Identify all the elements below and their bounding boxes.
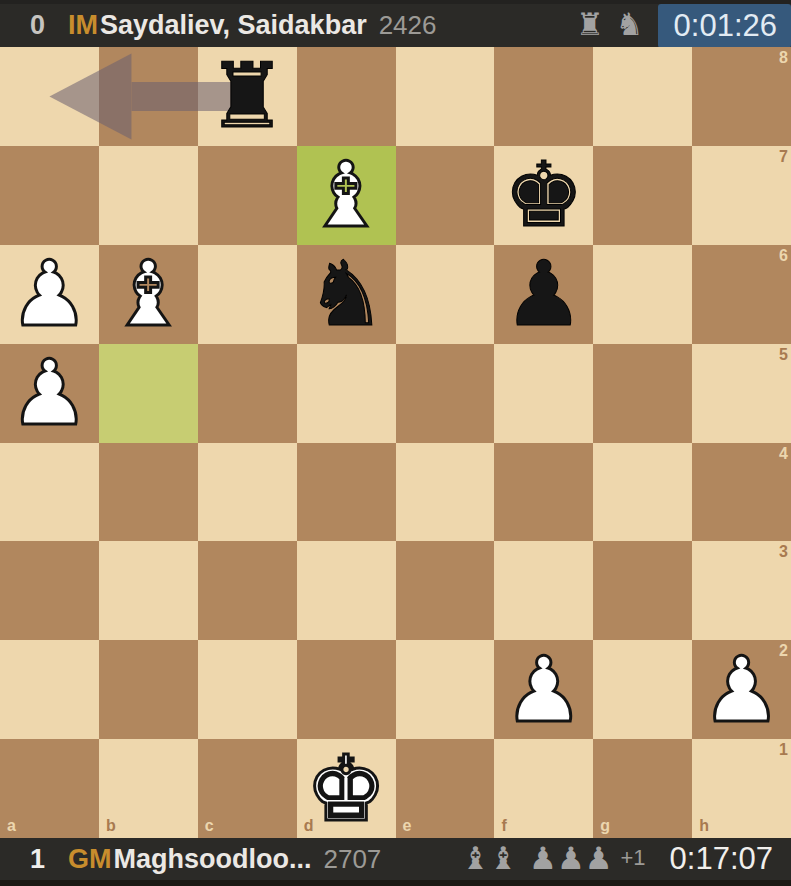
- square-a7[interactable]: [0, 146, 99, 245]
- square-f7[interactable]: ♚: [494, 146, 593, 245]
- top-player-name[interactable]: IMSaydaliev, Saidakbar: [68, 10, 367, 41]
- file-label-c: c: [205, 817, 214, 835]
- file-label-f: f: [501, 817, 506, 835]
- captured-rook-icon: ♜: [576, 9, 604, 40]
- square-g1[interactable]: g: [593, 739, 692, 838]
- square-h8[interactable]: 8: [692, 47, 791, 146]
- file-label-g: g: [600, 817, 610, 835]
- captured-pawn-icon: ♟: [585, 843, 613, 874]
- square-b1[interactable]: b: [99, 739, 198, 838]
- rank-label-3: 3: [779, 543, 788, 561]
- square-g6[interactable]: [593, 245, 692, 344]
- square-d5[interactable]: [297, 344, 396, 443]
- chess-tv-screen: 0 IMSaydaliev, Saidakbar 2426 ♜♞ 0:01:26…: [0, 0, 791, 886]
- top-player-score: 0: [30, 10, 68, 41]
- square-g5[interactable]: [593, 344, 692, 443]
- square-d6[interactable]: ♞: [297, 245, 396, 344]
- square-e4[interactable]: [396, 443, 495, 542]
- top-player-rating: 2426: [379, 10, 437, 41]
- captured-bishop-icon: ♝: [489, 843, 517, 874]
- file-label-e: e: [403, 817, 412, 835]
- captured-pawn-icon: ♟: [557, 843, 585, 874]
- square-e3[interactable]: [396, 541, 495, 640]
- square-h1[interactable]: 1h: [692, 739, 791, 838]
- square-e8[interactable]: [396, 47, 495, 146]
- square-c5[interactable]: [198, 344, 297, 443]
- piece-black-pawn[interactable]: ♟: [494, 245, 593, 344]
- square-c4[interactable]: [198, 443, 297, 542]
- square-d8[interactable]: [297, 47, 396, 146]
- square-f3[interactable]: [494, 541, 593, 640]
- square-h2[interactable]: 2♟: [692, 640, 791, 739]
- rank-label-4: 4: [779, 445, 788, 463]
- square-b6[interactable]: ♝: [99, 245, 198, 344]
- square-a1[interactable]: a: [0, 739, 99, 838]
- square-a8[interactable]: [0, 47, 99, 146]
- square-h4[interactable]: 4: [692, 443, 791, 542]
- rank-label-5: 5: [779, 346, 788, 364]
- bottom-player-title: GM: [68, 844, 112, 874]
- square-b7[interactable]: [99, 146, 198, 245]
- square-g3[interactable]: [593, 541, 692, 640]
- file-label-a: a: [7, 817, 16, 835]
- material-advantage: +1: [620, 847, 645, 869]
- rank-label-6: 6: [779, 247, 788, 265]
- square-g7[interactable]: [593, 146, 692, 245]
- square-b2[interactable]: [99, 640, 198, 739]
- square-a3[interactable]: [0, 541, 99, 640]
- piece-white-pawn[interactable]: ♟: [494, 640, 593, 739]
- square-g8[interactable]: [593, 47, 692, 146]
- bottom-player-name-text: Maghsoodloo...: [114, 844, 312, 874]
- square-h3[interactable]: 3: [692, 541, 791, 640]
- piece-white-bishop[interactable]: ♝: [99, 245, 198, 344]
- square-e1[interactable]: e: [396, 739, 495, 838]
- square-b8[interactable]: [99, 47, 198, 146]
- piece-white-pawn[interactable]: ♟: [0, 245, 99, 344]
- bottom-player-score: 1: [30, 844, 68, 875]
- file-label-h: h: [699, 817, 709, 835]
- piece-white-bishop[interactable]: ♝: [297, 146, 396, 245]
- square-e5[interactable]: [396, 344, 495, 443]
- square-f4[interactable]: [494, 443, 593, 542]
- top-player-clock: 0:01:26: [658, 4, 791, 48]
- captured-pawn-icon: ♟: [529, 843, 557, 874]
- square-b5[interactable]: [99, 344, 198, 443]
- rank-label-1: 1: [779, 741, 788, 759]
- square-a6[interactable]: ♟: [0, 245, 99, 344]
- piece-black-king[interactable]: ♚: [494, 146, 593, 245]
- file-label-b: b: [106, 817, 116, 835]
- rank-label-7: 7: [779, 148, 788, 166]
- square-c1[interactable]: c: [198, 739, 297, 838]
- square-b3[interactable]: [99, 541, 198, 640]
- rank-label-8: 8: [779, 49, 788, 67]
- square-d7[interactable]: ♝: [297, 146, 396, 245]
- file-label-d: d: [304, 817, 314, 835]
- captured-bishop-icon: ♝: [461, 843, 489, 874]
- square-e6[interactable]: [396, 245, 495, 344]
- square-g2[interactable]: [593, 640, 692, 739]
- square-b4[interactable]: [99, 443, 198, 542]
- square-f8[interactable]: [494, 47, 593, 146]
- square-d1[interactable]: d♚: [297, 739, 396, 838]
- top-player-title: IM: [68, 10, 98, 40]
- square-e7[interactable]: [396, 146, 495, 245]
- top-captured-pieces: ♜♞: [576, 9, 644, 42]
- square-f6[interactable]: ♟: [494, 245, 593, 344]
- square-g4[interactable]: [593, 443, 692, 542]
- bottom-player-rating: 2707: [323, 844, 381, 875]
- square-c7[interactable]: [198, 146, 297, 245]
- square-a2[interactable]: [0, 640, 99, 739]
- square-c8[interactable]: ♜: [198, 47, 297, 146]
- square-d4[interactable]: [297, 443, 396, 542]
- top-player-name-text: Saydaliev, Saidakbar: [100, 10, 367, 40]
- captured-knight-icon: ♞: [616, 9, 644, 40]
- square-e2[interactable]: [396, 640, 495, 739]
- square-a4[interactable]: [0, 443, 99, 542]
- square-a5[interactable]: ♟: [0, 344, 99, 443]
- square-c6[interactable]: [198, 245, 297, 344]
- square-h6[interactable]: 6: [692, 245, 791, 344]
- square-d2[interactable]: [297, 640, 396, 739]
- square-h7[interactable]: 7: [692, 146, 791, 245]
- square-d3[interactable]: [297, 541, 396, 640]
- square-f2[interactable]: ♟: [494, 640, 593, 739]
- square-c2[interactable]: [198, 640, 297, 739]
- piece-black-rook[interactable]: ♜: [198, 47, 297, 146]
- square-h5[interactable]: 5: [692, 344, 791, 443]
- bottom-player-clock: 0:17:07: [660, 837, 783, 881]
- bottom-player-bar: 1 GMMaghsoodloo... 2707 ♝♝♟♟♟+1 0:17:07: [0, 838, 791, 886]
- chess-board[interactable]: ♜8♝♚7♟♝♞♟6♟543♟2♟abcd♚efg1h: [0, 47, 791, 838]
- square-f5[interactable]: [494, 344, 593, 443]
- square-c3[interactable]: [198, 541, 297, 640]
- piece-white-pawn[interactable]: ♟: [0, 344, 99, 443]
- bottom-player-name[interactable]: GMMaghsoodloo...: [68, 844, 311, 875]
- top-player-bar: 0 IMSaydaliev, Saidakbar 2426 ♜♞ 0:01:26: [0, 0, 791, 47]
- rank-label-2: 2: [779, 642, 788, 660]
- piece-black-knight[interactable]: ♞: [297, 245, 396, 344]
- bottom-captured-pieces: ♝♝♟♟♟+1: [461, 843, 645, 876]
- piece-white-pawn[interactable]: ♟: [692, 640, 791, 739]
- square-f1[interactable]: f: [494, 739, 593, 838]
